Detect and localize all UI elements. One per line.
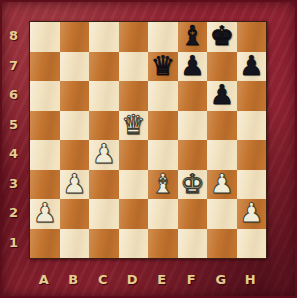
square-f6[interactable]: [178, 81, 208, 111]
square-c5[interactable]: [89, 111, 119, 141]
square-g1[interactable]: [207, 229, 237, 259]
square-g4[interactable]: [207, 140, 237, 170]
square-h7[interactable]: ♟: [237, 52, 267, 82]
rank-label-5: 5: [0, 110, 27, 140]
file-label-e: E: [147, 269, 177, 291]
square-a3[interactable]: [30, 170, 60, 200]
square-a5[interactable]: [30, 111, 60, 141]
chessboard: ♝♚♛♟♟♟♛♟♟♝♚♟♟♟: [29, 21, 267, 259]
square-d2[interactable]: [119, 199, 149, 229]
square-a8[interactable]: [30, 22, 60, 52]
chessboard-frame: ♝♚♛♟♟♟♛♟♟♝♚♟♟♟ 87654321 ABCDEFGH: [0, 0, 297, 298]
black-queen-e7[interactable]: ♛: [151, 52, 175, 79]
square-g7[interactable]: [207, 52, 237, 82]
white-pawn-g3[interactable]: ♟: [210, 170, 234, 197]
square-e5[interactable]: [148, 111, 178, 141]
white-bishop-e3[interactable]: ♝: [151, 170, 175, 197]
square-f4[interactable]: [178, 140, 208, 170]
file-label-f: F: [177, 269, 207, 291]
square-d8[interactable]: [119, 22, 149, 52]
square-d7[interactable]: [119, 52, 149, 82]
square-h4[interactable]: [237, 140, 267, 170]
file-label-b: B: [59, 269, 89, 291]
square-h5[interactable]: [237, 111, 267, 141]
square-b8[interactable]: [60, 22, 90, 52]
square-a2[interactable]: ♟: [30, 199, 60, 229]
square-b6[interactable]: [60, 81, 90, 111]
square-e4[interactable]: [148, 140, 178, 170]
black-pawn-g6[interactable]: ♟: [210, 81, 234, 108]
square-a6[interactable]: [30, 81, 60, 111]
square-e3[interactable]: ♝: [148, 170, 178, 200]
white-pawn-c4[interactable]: ♟: [92, 140, 116, 167]
square-c2[interactable]: [89, 199, 119, 229]
square-f8[interactable]: ♝: [178, 22, 208, 52]
white-king-f3[interactable]: ♚: [180, 170, 204, 197]
square-d1[interactable]: [119, 229, 149, 259]
square-b4[interactable]: [60, 140, 90, 170]
black-pawn-h7[interactable]: ♟: [239, 52, 263, 79]
square-f2[interactable]: [178, 199, 208, 229]
rank-label-6: 6: [0, 80, 27, 110]
file-label-c: C: [88, 269, 118, 291]
rank-label-7: 7: [0, 51, 27, 81]
file-label-d: D: [118, 269, 148, 291]
square-c1[interactable]: [89, 229, 119, 259]
square-e1[interactable]: [148, 229, 178, 259]
file-label-g: G: [206, 269, 236, 291]
square-g6[interactable]: ♟: [207, 81, 237, 111]
square-g5[interactable]: [207, 111, 237, 141]
file-label-a: A: [29, 269, 59, 291]
square-b2[interactable]: [60, 199, 90, 229]
square-a4[interactable]: [30, 140, 60, 170]
square-c4[interactable]: ♟: [89, 140, 119, 170]
square-g2[interactable]: [207, 199, 237, 229]
square-d6[interactable]: [119, 81, 149, 111]
square-g3[interactable]: ♟: [207, 170, 237, 200]
square-e8[interactable]: [148, 22, 178, 52]
square-d4[interactable]: [119, 140, 149, 170]
rank-label-4: 4: [0, 139, 27, 169]
white-pawn-a2[interactable]: ♟: [33, 199, 57, 226]
square-e2[interactable]: [148, 199, 178, 229]
square-h1[interactable]: [237, 229, 267, 259]
square-c8[interactable]: [89, 22, 119, 52]
square-f5[interactable]: [178, 111, 208, 141]
square-h8[interactable]: [237, 22, 267, 52]
square-f7[interactable]: ♟: [178, 52, 208, 82]
square-e6[interactable]: [148, 81, 178, 111]
square-h2[interactable]: ♟: [237, 199, 267, 229]
white-pawn-b3[interactable]: ♟: [62, 170, 86, 197]
rank-label-3: 3: [0, 169, 27, 199]
square-b1[interactable]: [60, 229, 90, 259]
white-pawn-h2[interactable]: ♟: [239, 199, 263, 226]
square-c3[interactable]: [89, 170, 119, 200]
square-c6[interactable]: [89, 81, 119, 111]
square-h3[interactable]: [237, 170, 267, 200]
square-b3[interactable]: ♟: [60, 170, 90, 200]
black-king-g8[interactable]: ♚: [210, 22, 234, 49]
black-bishop-f8[interactable]: ♝: [180, 22, 204, 49]
square-e7[interactable]: ♛: [148, 52, 178, 82]
square-f3[interactable]: ♚: [178, 170, 208, 200]
square-b7[interactable]: [60, 52, 90, 82]
square-g8[interactable]: ♚: [207, 22, 237, 52]
rank-label-1: 1: [0, 228, 27, 258]
file-label-h: H: [236, 269, 266, 291]
white-queen-d5[interactable]: ♛: [121, 111, 145, 138]
square-h6[interactable]: [237, 81, 267, 111]
square-f1[interactable]: [178, 229, 208, 259]
square-d3[interactable]: [119, 170, 149, 200]
square-c7[interactable]: [89, 52, 119, 82]
square-d5[interactable]: ♛: [119, 111, 149, 141]
rank-label-2: 2: [0, 198, 27, 228]
square-a1[interactable]: [30, 229, 60, 259]
black-pawn-f7[interactable]: ♟: [180, 52, 204, 79]
square-b5[interactable]: [60, 111, 90, 141]
rank-label-8: 8: [0, 21, 27, 51]
square-a7[interactable]: [30, 52, 60, 82]
